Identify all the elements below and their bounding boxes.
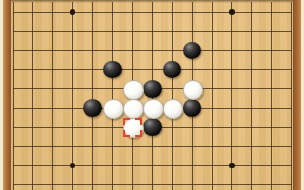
white-stone	[123, 99, 144, 119]
grid-hline	[13, 50, 293, 51]
star-point	[229, 9, 235, 15]
white-stone	[103, 99, 124, 119]
grid-hline	[13, 146, 293, 147]
white-stone	[183, 80, 204, 100]
grid-hline	[13, 69, 293, 70]
black-stone	[183, 42, 202, 60]
black-stone	[83, 99, 102, 117]
star-point	[70, 9, 76, 15]
grid-hline	[13, 31, 293, 32]
black-stone	[183, 99, 202, 117]
top-edge-shadow	[0, 0, 304, 3]
white-stone	[123, 80, 144, 100]
black-stone	[143, 80, 162, 98]
white-stone	[143, 99, 164, 119]
grid-hline	[13, 184, 293, 185]
wooden-rail-left	[3, 0, 12, 190]
star-point	[229, 163, 235, 169]
black-stone	[163, 61, 182, 79]
gomoku-app-window	[0, 0, 304, 190]
black-stone	[103, 61, 122, 79]
white-stone	[163, 99, 184, 119]
last-move-marker	[123, 118, 142, 137]
grid-hline	[13, 12, 293, 13]
board-outer-edge-right	[301, 0, 304, 190]
grid-hline	[13, 165, 293, 166]
star-point	[70, 163, 76, 169]
black-stone	[143, 118, 162, 136]
gomoku-board[interactable]	[0, 0, 304, 190]
